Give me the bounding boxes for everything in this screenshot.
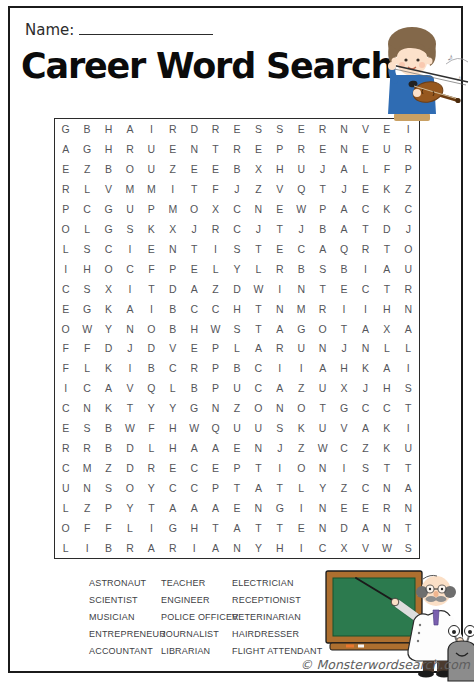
grid-cell[interactable]: A [55,139,76,159]
grid-cell[interactable]: M [162,199,183,219]
grid-cell[interactable]: E [312,139,333,159]
grid-cell[interactable]: P [205,339,226,359]
grid-cell[interactable]: Z [248,179,269,199]
grid-cell[interactable]: H [269,159,290,179]
grid-cell[interactable]: A [312,239,333,259]
grid-cell[interactable]: R [205,219,226,239]
grid-cell[interactable]: S [76,279,97,299]
grid-cell[interactable]: R [55,179,76,199]
grid-cell[interactable]: R [76,438,97,458]
grid-cell[interactable]: S [98,478,119,498]
grid-cell[interactable]: F [376,159,397,179]
grid-cell[interactable]: T [183,179,204,199]
grid-cell[interactable]: B [183,378,204,398]
grid-cell[interactable]: X [248,159,269,179]
grid-cell[interactable]: E [205,458,226,478]
grid-cell[interactable]: B [76,119,97,139]
grid-cell[interactable]: A [376,358,397,378]
grid-cell[interactable]: A [312,358,333,378]
grid-cell[interactable]: A [333,159,354,179]
grid-cell[interactable]: W [291,199,312,219]
grid-cell[interactable]: A [162,498,183,518]
grid-cell[interactable]: I [269,279,290,299]
grid-cell[interactable]: C [248,358,269,378]
grid-cell[interactable]: E [162,458,183,478]
grid-cell[interactable]: I [355,299,376,319]
grid-cell[interactable]: K [98,358,119,378]
grid-cell[interactable]: W [76,319,97,339]
grid-cell[interactable]: U [398,438,419,458]
grid-cell[interactable]: A [355,418,376,438]
grid-cell[interactable]: J [269,438,290,458]
grid-cell[interactable]: S [76,418,97,438]
grid-cell[interactable]: V [355,538,376,558]
grid-cell[interactable]: C [76,378,97,398]
grid-cell[interactable]: E [55,418,76,438]
grid-cell[interactable]: X [333,378,354,398]
grid-cell[interactable]: B [98,418,119,438]
grid-cell[interactable]: F [55,339,76,359]
grid-cell[interactable]: L [55,239,76,259]
grid-cell[interactable]: P [226,458,247,478]
grid-cell[interactable]: C [355,199,376,219]
grid-cell[interactable]: D [183,119,204,139]
grid-cell[interactable]: S [269,418,290,438]
grid-cell[interactable]: L [226,339,247,359]
grid-cell[interactable]: P [98,498,119,518]
grid-cell[interactable]: C [183,458,204,478]
grid-cell[interactable]: N [76,398,97,418]
grid-cell[interactable]: W [119,418,140,438]
grid-cell[interactable]: T [205,139,226,159]
grid-cell[interactable]: A [333,199,354,219]
grid-cell[interactable]: O [119,159,140,179]
grid-cell[interactable]: A [119,119,140,139]
grid-cell[interactable]: F [98,518,119,538]
grid-cell[interactable]: U [291,339,312,359]
grid-cell[interactable]: E [269,239,290,259]
grid-cell[interactable]: N [248,199,269,219]
grid-cell[interactable]: O [248,398,269,418]
grid-cell[interactable]: N [312,339,333,359]
grid-cell[interactable]: I [398,418,419,438]
grid-cell[interactable]: N [376,478,397,498]
grid-cell[interactable]: W [312,438,333,458]
grid-cell[interactable]: L [119,518,140,538]
grid-cell[interactable]: J [355,378,376,398]
grid-cell[interactable]: B [162,299,183,319]
grid-cell[interactable]: X [333,538,354,558]
grid-cell[interactable]: S [119,219,140,239]
grid-cell[interactable]: A [376,259,397,279]
grid-cell[interactable]: Z [205,279,226,299]
grid-cell[interactable]: D [119,438,140,458]
grid-cell[interactable]: O [141,319,162,339]
grid-cell[interactable]: R [376,498,397,518]
grid-cell[interactable]: Y [226,259,247,279]
grid-cell[interactable]: J [333,339,354,359]
grid-cell[interactable]: I [119,239,140,259]
grid-cell[interactable]: U [141,139,162,159]
grid-cell[interactable]: R [398,279,419,299]
grid-cell[interactable]: S [398,538,419,558]
grid-cell[interactable]: T [269,478,290,498]
grid-cell[interactable]: Z [98,458,119,478]
grid-cell[interactable]: K [141,219,162,239]
grid-cell[interactable]: L [55,498,76,518]
grid-cell[interactable]: F [141,259,162,279]
grid-cell[interactable]: T [312,279,333,299]
grid-cell[interactable]: E [141,239,162,259]
grid-cell[interactable]: A [248,339,269,359]
grid-cell[interactable]: K [98,398,119,418]
grid-cell[interactable]: T [376,458,397,478]
grid-cell[interactable]: T [248,458,269,478]
grid-cell[interactable]: H [162,438,183,458]
grid-cell[interactable]: S [226,239,247,259]
grid-cell[interactable]: V [98,179,119,199]
grid-cell[interactable]: J [183,219,204,239]
grid-cell[interactable]: T [248,239,269,259]
grid-cell[interactable]: Z [333,478,354,498]
grid-cell[interactable]: O [55,518,76,538]
grid-cell[interactable]: C [55,279,76,299]
grid-cell[interactable]: E [226,438,247,458]
grid-cell[interactable]: S [76,239,97,259]
grid-cell[interactable]: B [98,438,119,458]
grid-cell[interactable]: R [205,119,226,139]
grid-cell[interactable]: P [55,199,76,219]
grid-cell[interactable]: N [205,398,226,418]
grid-cell[interactable]: L [291,478,312,498]
grid-cell[interactable]: D [119,458,140,478]
grid-cell[interactable]: X [205,199,226,219]
grid-cell[interactable]: C [226,219,247,239]
grid-cell[interactable]: Y [162,398,183,418]
grid-cell[interactable]: I [291,498,312,518]
grid-cell[interactable]: P [141,199,162,219]
grid-cell[interactable]: E [162,139,183,159]
grid-cell[interactable]: B [226,358,247,378]
grid-cell[interactable]: H [376,299,397,319]
grid-cell[interactable]: E [226,119,247,139]
grid-cell[interactable]: N [183,139,204,159]
grid-cell[interactable]: P [312,199,333,219]
grid-cell[interactable]: M [141,179,162,199]
grid-cell[interactable]: C [398,199,419,219]
grid-cell[interactable]: H [269,538,290,558]
grid-cell[interactable]: N [398,299,419,319]
grid-cell[interactable]: V [119,378,140,398]
grid-cell[interactable]: I [398,358,419,378]
grid-cell[interactable]: A [141,538,162,558]
grid-cell[interactable]: L [55,538,76,558]
grid-cell[interactable]: C [119,259,140,279]
grid-cell[interactable]: E [183,339,204,359]
grid-cell[interactable]: R [312,299,333,319]
grid-cell[interactable]: O [98,259,119,279]
grid-cell[interactable]: C [162,478,183,498]
grid-cell[interactable]: B [333,259,354,279]
grid-cell[interactable]: J [291,219,312,239]
grid-cell[interactable]: O [291,398,312,418]
grid-cell[interactable]: A [355,518,376,538]
grid-cell[interactable]: B [291,259,312,279]
grid-cell[interactable]: I [333,299,354,319]
grid-cell[interactable]: L [205,259,226,279]
grid-cell[interactable]: H [98,119,119,139]
grid-cell[interactable]: E [55,159,76,179]
grid-cell[interactable]: L [398,339,419,359]
grid-cell[interactable]: R [119,139,140,159]
grid-cell[interactable]: J [333,179,354,199]
grid-cell[interactable]: A [398,319,419,339]
grid-cell[interactable]: C [205,299,226,319]
grid-cell[interactable]: B [162,319,183,339]
grid-cell[interactable]: P [269,139,290,159]
grid-cell[interactable]: G [269,498,290,518]
grid-cell[interactable]: K [376,438,397,458]
grid-cell[interactable]: C [355,478,376,498]
grid-cell[interactable]: S [269,119,290,139]
grid-cell[interactable]: J [119,339,140,359]
grid-cell[interactable]: T [141,279,162,299]
grid-cell[interactable]: U [226,418,247,438]
grid-cell[interactable]: J [398,219,419,239]
grid-cell[interactable]: Y [312,478,333,498]
grid-cell[interactable]: A [226,518,247,538]
grid-cell[interactable]: E [183,259,204,279]
grid-cell[interactable]: C [226,199,247,219]
grid-cell[interactable]: V [333,418,354,438]
grid-cell[interactable]: Y [119,498,140,518]
grid-cell[interactable]: Y [98,319,119,339]
grid-cell[interactable]: N [269,398,290,418]
grid-cell[interactable]: B [141,358,162,378]
grid-cell[interactable]: H [183,319,204,339]
grid-cell[interactable]: Z [76,159,97,179]
grid-cell[interactable]: N [312,458,333,478]
grid-cell[interactable]: A [248,478,269,498]
grid-cell[interactable]: I [269,358,290,378]
grid-cell[interactable]: H [162,418,183,438]
grid-cell[interactable]: T [333,319,354,339]
grid-cell[interactable]: N [312,518,333,538]
grid-cell[interactable]: A [183,498,204,518]
grid-cell[interactable]: C [183,478,204,498]
grid-cell[interactable]: O [183,199,204,219]
grid-cell[interactable]: X [376,319,397,339]
grid-cell[interactable]: W [205,319,226,339]
grid-cell[interactable]: E [355,498,376,518]
grid-cell[interactable]: E [333,279,354,299]
grid-cell[interactable]: N [291,279,312,299]
grid-cell[interactable]: N [248,438,269,458]
grid-cell[interactable]: N [312,498,333,518]
grid-cell[interactable]: G [333,398,354,418]
grid-cell[interactable]: H [333,358,354,378]
grid-cell[interactable]: C [376,398,397,418]
grid-cell[interactable]: R [162,538,183,558]
grid-cell[interactable]: U [291,159,312,179]
grid-cell[interactable]: F [76,339,97,359]
grid-cell[interactable]: N [376,518,397,538]
grid-cell[interactable]: D [226,279,247,299]
grid-cell[interactable]: O [55,319,76,339]
grid-cell[interactable]: T [205,518,226,538]
grid-cell[interactable]: H [183,518,204,538]
grid-cell[interactable]: O [398,239,419,259]
grid-cell[interactable]: A [269,319,290,339]
grid-cell[interactable]: B [226,159,247,179]
grid-cell[interactable]: Z [291,378,312,398]
grid-cell[interactable]: K [376,179,397,199]
grid-cell[interactable]: J [226,179,247,199]
grid-cell[interactable]: D [333,518,354,538]
grid-cell[interactable]: V [162,339,183,359]
grid-cell[interactable]: Q [291,179,312,199]
grid-cell[interactable]: I [183,538,204,558]
grid-cell[interactable]: C [355,398,376,418]
grid-cell[interactable]: C [98,239,119,259]
grid-cell[interactable]: E [355,179,376,199]
grid-cell[interactable]: T [312,179,333,199]
grid-cell[interactable]: E [355,139,376,159]
grid-cell[interactable]: S [312,259,333,279]
grid-cell[interactable]: U [141,159,162,179]
grid-cell[interactable]: H [98,139,119,159]
grid-cell[interactable]: Y [141,398,162,418]
grid-cell[interactable]: B [312,219,333,239]
grid-cell[interactable]: G [291,319,312,339]
grid-cell[interactable]: D [141,339,162,359]
grid-cell[interactable]: S [355,458,376,478]
grid-cell[interactable]: L [76,358,97,378]
grid-cell[interactable]: H [226,299,247,319]
grid-cell[interactable]: I [205,239,226,259]
grid-cell[interactable]: Z [355,438,376,458]
grid-cell[interactable]: L [376,339,397,359]
grid-cell[interactable]: R [183,358,204,378]
grid-cell[interactable]: J [248,219,269,239]
grid-cell[interactable]: Y [141,478,162,498]
grid-cell[interactable]: Q [205,418,226,438]
grid-cell[interactable]: N [162,239,183,259]
grid-cell[interactable]: C [55,398,76,418]
grid-cell[interactable]: T [376,239,397,259]
grid-cell[interactable]: R [226,139,247,159]
grid-cell[interactable]: A [398,478,419,498]
grid-cell[interactable]: M [119,179,140,199]
grid-cell[interactable]: G [76,139,97,159]
grid-cell[interactable]: A [205,538,226,558]
grid-cell[interactable]: K [98,299,119,319]
grid-cell[interactable]: T [312,398,333,418]
grid-cell[interactable]: D [98,339,119,359]
grid-cell[interactable]: N [269,299,290,319]
grid-cell[interactable]: K [376,418,397,438]
grid-cell[interactable]: C [312,538,333,558]
grid-cell[interactable]: T [398,398,419,418]
grid-cell[interactable]: N [248,498,269,518]
grid-cell[interactable]: C [162,358,183,378]
grid-cell[interactable]: N [398,498,419,518]
grid-cell[interactable]: L [76,219,97,239]
grid-cell[interactable]: T [183,239,204,259]
grid-cell[interactable]: Z [76,498,97,518]
grid-cell[interactable]: L [162,378,183,398]
grid-cell[interactable]: E [291,119,312,139]
grid-cell[interactable]: H [76,259,97,279]
grid-cell[interactable]: X [98,279,119,299]
grid-cell[interactable]: N [76,478,97,498]
grid-cell[interactable]: R [119,538,140,558]
grid-cell[interactable]: I [269,458,290,478]
grid-cell[interactable]: A [183,438,204,458]
grid-cell[interactable]: A [98,378,119,398]
grid-cell[interactable]: R [162,119,183,139]
grid-cell[interactable]: G [183,398,204,418]
grid-cell[interactable]: T [141,498,162,518]
grid-cell[interactable]: P [398,159,419,179]
grid-cell[interactable]: L [248,259,269,279]
grid-cell[interactable]: L [355,159,376,179]
grid-cell[interactable]: I [119,358,140,378]
grid-cell[interactable]: N [226,538,247,558]
grid-cell[interactable]: P [205,378,226,398]
grid-cell[interactable]: I [141,518,162,538]
grid-cell[interactable]: I [291,538,312,558]
grid-cell[interactable]: R [55,438,76,458]
grid-cell[interactable]: B [98,538,119,558]
grid-cell[interactable]: P [162,259,183,279]
grid-cell[interactable]: I [55,378,76,398]
grid-cell[interactable]: Q [141,378,162,398]
grid-cell[interactable]: T [269,219,290,239]
grid-cell[interactable]: K [291,418,312,438]
grid-cell[interactable]: C [183,299,204,319]
grid-cell[interactable]: G [76,299,97,319]
grid-cell[interactable]: U [55,478,76,498]
grid-cell[interactable]: U [312,378,333,398]
grid-cell[interactable]: G [98,199,119,219]
grid-cell[interactable]: E [333,498,354,518]
grid-cell[interactable]: H [376,378,397,398]
grid-cell[interactable]: C [291,239,312,259]
grid-cell[interactable]: I [141,119,162,139]
grid-cell[interactable]: I [333,458,354,478]
grid-cell[interactable]: W [248,279,269,299]
grid-cell[interactable]: F [76,518,97,538]
grid-cell[interactable]: I [291,358,312,378]
grid-cell[interactable]: B [98,159,119,179]
grid-cell[interactable]: U [376,139,397,159]
grid-cell[interactable]: E [226,498,247,518]
grid-cell[interactable]: J [312,159,333,179]
grid-cell[interactable]: T [248,299,269,319]
grid-cell[interactable]: G [162,518,183,538]
grid-cell[interactable]: T [398,518,419,538]
grid-cell[interactable]: T [269,518,290,538]
grid-cell[interactable]: P [205,478,226,498]
grid-cell[interactable]: A [119,299,140,319]
name-input-line[interactable] [79,20,213,35]
grid-cell[interactable]: T [398,458,419,478]
grid-cell[interactable]: R [355,239,376,259]
grid-cell[interactable]: E [291,518,312,538]
grid-cell[interactable]: M [76,458,97,478]
grid-cell[interactable]: G [98,219,119,239]
